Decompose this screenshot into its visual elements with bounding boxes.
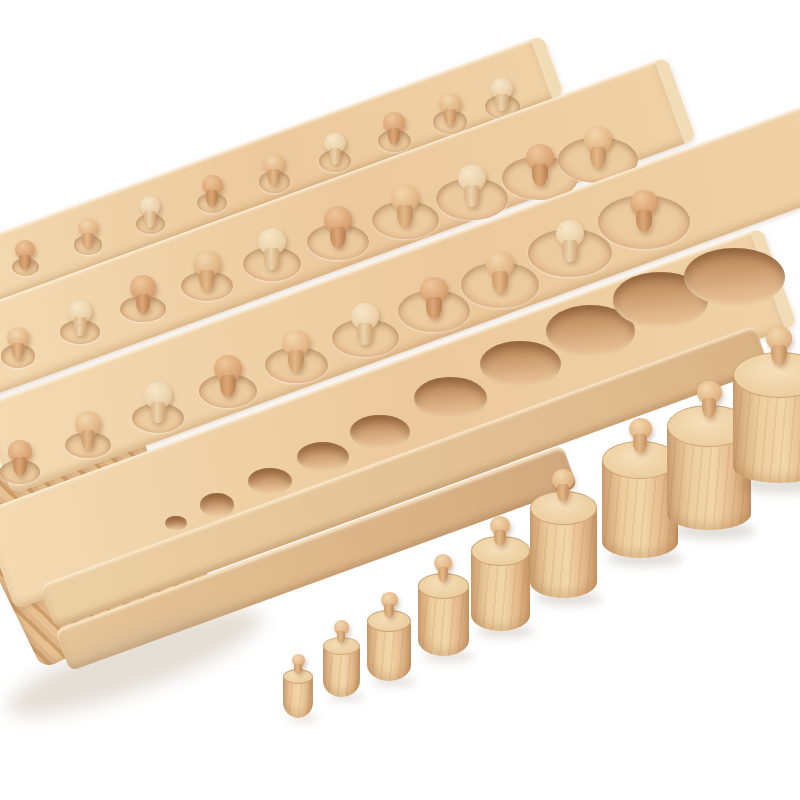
loose-cylinder-1 [283,669,313,719]
knob-stem-icon [13,457,27,476]
knob-stem-icon [633,434,646,452]
loose-cylinder-knob [629,418,652,453]
knob-stem-icon [144,211,156,227]
knob-stem-icon [492,271,508,293]
knob-stem-icon [557,484,570,501]
empty-socket [350,415,410,450]
loose-cylinder-5 [471,536,530,631]
loose-cylinder-2 [323,637,360,697]
knob-stem-icon [73,317,87,336]
cylinder-knob [15,240,35,270]
cylinder-knob [584,126,612,168]
knob-stem-icon [294,664,302,674]
cylinder-knob [7,327,29,360]
cylinder-knob [8,440,32,476]
cylinder-knob [526,144,554,186]
cylinder-knob [258,228,286,270]
knob-stem-icon [264,248,280,270]
knob-stem-icon [81,430,96,450]
cylinder-knob [324,133,346,165]
cylinder-knob [263,154,284,186]
knob-stem-icon [636,210,652,232]
empty-socket [297,442,349,472]
empty-socket [480,341,561,388]
empty-socket [414,377,487,419]
knob-stem-icon [268,169,280,186]
cylinder-knob [130,275,156,314]
cylinder-knob [556,220,584,262]
cylinder-knob [324,206,352,248]
cylinder-knob [458,165,486,207]
loose-cylinder-knob [552,469,574,502]
knob-stem-icon [771,345,786,365]
loose-cylinder-9 [733,352,800,483]
loose-cylinder-6 [530,491,597,598]
cylinder-knob [140,196,161,227]
knob-stem-icon [19,255,31,271]
empty-socket [248,468,292,494]
knob-stem-icon [562,240,578,262]
loose-cylinder-knob [292,654,305,674]
knob-stem-icon [388,128,401,145]
knob-stem-icon [702,398,717,417]
knob-stem-icon [82,233,94,249]
cylinder-knob [383,112,405,145]
cylinder-knob [193,250,221,291]
cylinder-knob [491,78,514,112]
knob-stem-icon [438,567,448,582]
empty-socket [200,493,234,516]
cylinder-knob [439,93,461,126]
knob-stem-icon [329,148,342,165]
knob-stem-icon [444,109,457,126]
cylinder-knob [214,355,242,397]
cylinder-knob [486,251,514,293]
knob-stem-icon [357,323,373,345]
knob-stem-icon [590,147,606,169]
cylinder-knob [420,277,448,319]
loose-cylinder-knob [334,620,349,643]
knob-stem-icon [426,297,442,319]
cylinder-knob [78,218,98,249]
knob-stem-icon [494,530,506,546]
knob-stem-icon [136,294,151,314]
knob-stem-icon [330,227,346,249]
knob-stem-icon [495,94,508,112]
cylinder-knob [68,300,92,336]
knob-stem-icon [206,190,218,206]
knob-stem-icon [397,205,413,227]
cylinder-knob [282,330,310,372]
loose-cylinder-4 [418,573,469,656]
knob-stem-icon [464,185,480,207]
loose-cylinder-3 [367,610,411,681]
loose-cylinder-knob [490,516,510,546]
knob-stem-icon [12,343,25,360]
loose-cylinder-knob [697,381,722,418]
loose-cylinder-knob [766,326,792,365]
knob-stem-icon [532,164,548,186]
cylinder-knob [144,382,172,423]
product-photo-scene [0,0,800,800]
cylinder-knob [75,411,101,450]
knob-stem-icon [199,270,215,292]
knob-stem-icon [337,631,346,643]
loose-cylinder-knob [434,554,452,582]
cylinder-knob [630,190,658,232]
empty-socket [684,248,785,307]
knob-stem-icon [288,350,304,372]
loose-cylinder-knob [381,592,398,618]
knob-stem-icon [384,604,394,618]
cylinder-knob [391,185,419,227]
knob-stem-icon [220,375,236,397]
cylinder-knob [351,303,379,345]
cylinder-knob [202,175,223,207]
knob-stem-icon [150,402,166,424]
